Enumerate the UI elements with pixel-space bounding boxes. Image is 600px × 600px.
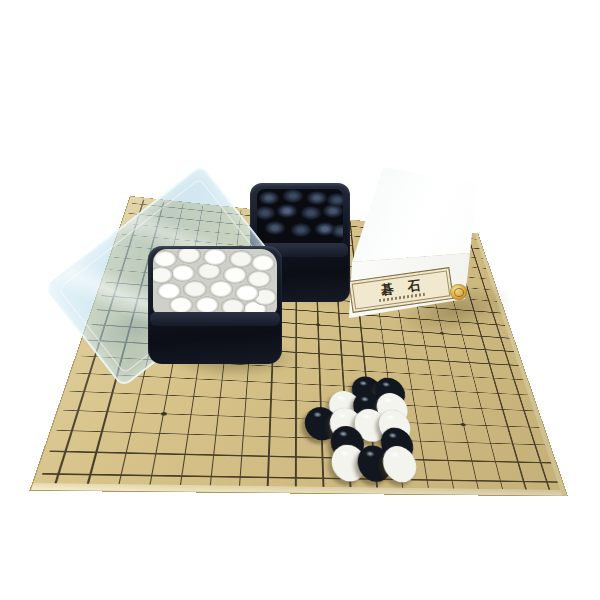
board-intersection — [256, 426, 283, 446]
board-intersection — [329, 333, 352, 349]
board-intersection — [152, 386, 182, 405]
board-intersection — [148, 404, 179, 424]
board-intersection — [198, 445, 229, 466]
white-bowl-rim — [150, 312, 280, 326]
board-intersection — [203, 406, 232, 426]
board-intersection — [169, 444, 201, 466]
board-intersection — [285, 316, 307, 331]
star-point — [316, 324, 321, 327]
stone-box: 碁石 — [338, 156, 513, 331]
board-intersection — [282, 447, 309, 468]
star-point — [461, 423, 467, 426]
stone-highlight — [389, 451, 401, 459]
board-intersection — [139, 443, 172, 465]
board-intersection — [307, 317, 329, 332]
board-intersection — [176, 405, 206, 425]
board-intersection — [124, 385, 156, 404]
board-intersection — [395, 351, 419, 367]
board-intersection — [227, 445, 256, 466]
board-intersection — [351, 334, 374, 350]
board-intersection — [109, 442, 144, 464]
board-intersection — [258, 390, 284, 409]
stone-highlight — [364, 450, 376, 458]
black-stones-heap — [257, 189, 343, 245]
go-set-scene: ●●●●●●●●●●●●●● 碁石 — [0, 0, 600, 600]
board-intersection — [232, 389, 259, 408]
board-intersection: ● — [385, 449, 413, 469]
board-intersection — [374, 350, 398, 366]
white-stones-bowl — [148, 246, 282, 364]
star-point — [160, 412, 167, 416]
board-intersection — [172, 424, 203, 445]
board-intersection — [255, 446, 283, 467]
board-intersection — [230, 407, 258, 427]
board-intersection — [257, 408, 284, 427]
gold-seal-icon — [450, 284, 467, 300]
board-intersection — [201, 425, 231, 446]
board-intersection — [352, 348, 375, 364]
board-intersection — [114, 422, 148, 443]
board-intersection — [119, 403, 152, 423]
white-stones-heap — [153, 249, 277, 315]
stone-highlight — [312, 411, 323, 419]
stone-highlight — [339, 449, 351, 457]
board-intersection — [206, 388, 234, 407]
board-intersection — [330, 347, 353, 363]
board-intersection — [143, 423, 175, 444]
board-intersection — [179, 387, 208, 406]
board-intersection — [229, 426, 257, 446]
